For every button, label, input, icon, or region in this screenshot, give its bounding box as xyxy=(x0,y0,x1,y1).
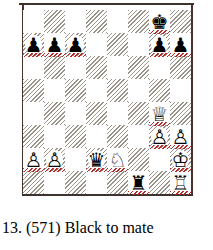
square-b7: ♟ xyxy=(44,33,65,56)
square-g7: ♟ xyxy=(149,33,170,56)
square-g2 xyxy=(149,148,170,171)
red-squiggle-underline xyxy=(44,168,65,172)
square-e2: ♘ xyxy=(107,148,128,171)
board-border-right xyxy=(191,5,193,196)
square-a2: ♙ xyxy=(23,148,44,171)
square-g8: ♚ xyxy=(149,10,170,33)
square-h2: ♔ xyxy=(170,148,191,171)
red-squiggle-underline xyxy=(149,145,170,149)
square-d7 xyxy=(86,33,107,56)
square-f7 xyxy=(128,33,149,56)
square-c4 xyxy=(65,102,86,125)
square-e4 xyxy=(107,102,128,125)
square-c5 xyxy=(65,79,86,102)
board-border-top xyxy=(19,3,194,5)
square-h1: ♖ xyxy=(170,171,191,194)
square-a1 xyxy=(23,171,44,194)
square-e3 xyxy=(107,125,128,148)
square-b2: ♙ xyxy=(44,148,65,171)
square-c7: ♟ xyxy=(65,33,86,56)
square-d6 xyxy=(86,56,107,79)
square-d1 xyxy=(86,171,107,194)
square-h4 xyxy=(170,102,191,125)
square-d8 xyxy=(86,10,107,33)
square-f1: ♜ xyxy=(128,171,149,194)
square-h6 xyxy=(170,56,191,79)
square-b8 xyxy=(44,10,65,33)
square-a7: ♟ xyxy=(23,33,44,56)
square-h5 xyxy=(170,79,191,102)
square-f6 xyxy=(128,56,149,79)
square-b5 xyxy=(44,79,65,102)
square-a6 xyxy=(23,56,44,79)
square-e1 xyxy=(107,171,128,194)
square-a4 xyxy=(23,102,44,125)
square-g1 xyxy=(149,171,170,194)
red-squiggle-underline xyxy=(149,30,170,34)
square-f4 xyxy=(128,102,149,125)
square-c3 xyxy=(65,125,86,148)
diagram-caption: 13. (571) Black to mate xyxy=(2,219,154,237)
red-squiggle-underline xyxy=(23,168,44,172)
square-f2 xyxy=(128,148,149,171)
square-a5 xyxy=(23,79,44,102)
square-b4 xyxy=(44,102,65,125)
red-squiggle-underline xyxy=(65,53,86,57)
red-squiggle-underline xyxy=(149,53,170,57)
square-f5 xyxy=(128,79,149,102)
square-e7 xyxy=(107,33,128,56)
square-b6 xyxy=(44,56,65,79)
square-g6 xyxy=(149,56,170,79)
square-h3: ♙ xyxy=(170,125,191,148)
square-b1 xyxy=(44,171,65,194)
red-squiggle-underline xyxy=(86,168,107,172)
square-d3 xyxy=(86,125,107,148)
square-g4: ♕ xyxy=(149,102,170,125)
red-squiggle-underline xyxy=(23,53,44,57)
square-h8 xyxy=(170,10,191,33)
red-squiggle-underline xyxy=(170,145,191,149)
chess-diagram: ♚♟♟♟♟♟♕♙♙♙♙♛♘♔♜♖ xyxy=(0,0,213,210)
square-a8 xyxy=(23,10,44,33)
square-f8 xyxy=(128,10,149,33)
red-squiggle-underline xyxy=(170,53,191,57)
square-d2: ♛ xyxy=(86,148,107,171)
square-f3 xyxy=(128,125,149,148)
square-c2 xyxy=(65,148,86,171)
square-g5 xyxy=(149,79,170,102)
square-e5 xyxy=(107,79,128,102)
square-c8 xyxy=(65,10,86,33)
chessboard: ♚♟♟♟♟♟♕♙♙♙♙♛♘♔♜♖ xyxy=(23,10,191,194)
square-h7: ♟ xyxy=(170,33,191,56)
red-squiggle-underline xyxy=(170,191,191,195)
square-a3 xyxy=(23,125,44,148)
red-squiggle-underline xyxy=(44,53,65,57)
red-squiggle-underline xyxy=(170,168,191,172)
red-squiggle-underline xyxy=(128,191,149,195)
square-d4 xyxy=(86,102,107,125)
square-e8 xyxy=(107,10,128,33)
square-d5 xyxy=(86,79,107,102)
square-e6 xyxy=(107,56,128,79)
square-g3: ♙ xyxy=(149,125,170,148)
square-b3 xyxy=(44,125,65,148)
square-c6 xyxy=(65,56,86,79)
board-border-bottom xyxy=(22,194,193,196)
red-squiggle-underline xyxy=(149,122,170,126)
red-squiggle-underline xyxy=(107,168,128,172)
square-c1 xyxy=(65,171,86,194)
